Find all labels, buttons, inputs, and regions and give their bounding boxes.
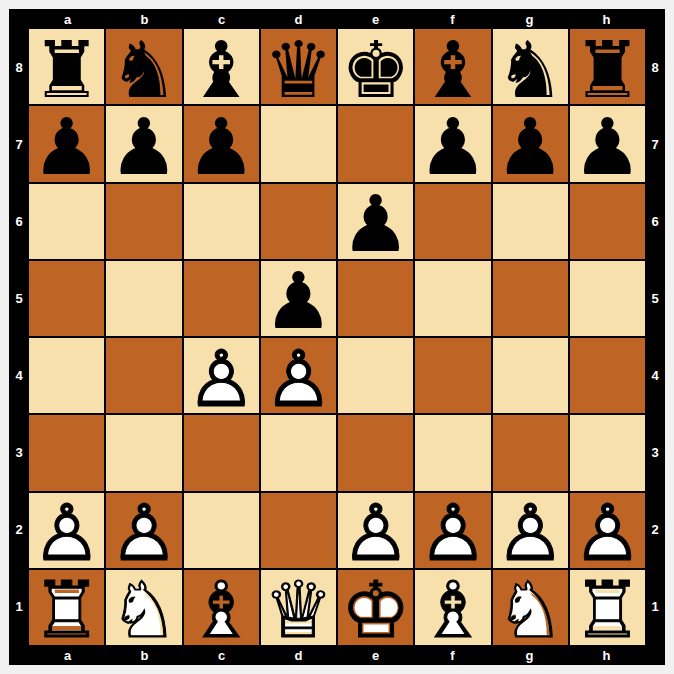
rank-label-7: 7 bbox=[645, 106, 665, 183]
white-piece-outline-glyph: ♘ bbox=[495, 571, 565, 649]
piece-black-queen[interactable]: ♛ bbox=[261, 29, 336, 104]
square-h3[interactable] bbox=[570, 415, 645, 490]
square-h1[interactable]: ♜♖ bbox=[570, 570, 645, 645]
square-d1[interactable]: ♛♕ bbox=[261, 570, 336, 645]
page-background: abcdefgh abcdefgh 87654321 87654321 ♜♞♝♛… bbox=[0, 0, 674, 674]
black-piece-glyph: ♛ bbox=[263, 31, 333, 109]
square-b4[interactable] bbox=[106, 338, 181, 413]
square-e1[interactable]: ♚♔ bbox=[338, 570, 413, 645]
black-piece-glyph: ♟ bbox=[109, 108, 179, 186]
square-f7[interactable]: ♟ bbox=[415, 106, 490, 181]
rank-label-2: 2 bbox=[9, 491, 29, 568]
black-piece-glyph: ♞ bbox=[109, 31, 179, 109]
square-a4[interactable] bbox=[29, 338, 104, 413]
piece-white-rook[interactable]: ♜♖ bbox=[570, 570, 645, 645]
square-a2[interactable]: ♟♙ bbox=[29, 493, 104, 568]
black-piece-glyph: ♟ bbox=[572, 108, 642, 186]
square-g8[interactable]: ♞ bbox=[493, 29, 568, 104]
black-piece-glyph: ♟ bbox=[341, 185, 411, 263]
rank-label-8: 8 bbox=[645, 29, 665, 106]
white-piece-outline-glyph: ♙ bbox=[572, 494, 642, 572]
square-g3[interactable] bbox=[493, 415, 568, 490]
black-piece-glyph: ♟ bbox=[186, 108, 256, 186]
piece-white-pawn[interactable]: ♟♙ bbox=[106, 493, 181, 568]
rank-label-5: 5 bbox=[9, 260, 29, 337]
square-h8[interactable]: ♜ bbox=[570, 29, 645, 104]
square-h6[interactable] bbox=[570, 184, 645, 259]
square-f5[interactable] bbox=[415, 261, 490, 336]
white-piece-outline-glyph: ♙ bbox=[418, 494, 488, 572]
square-d5[interactable]: ♟ bbox=[261, 261, 336, 336]
white-piece-outline-glyph: ♙ bbox=[495, 494, 565, 572]
square-d3[interactable] bbox=[261, 415, 336, 490]
rank-label-4: 4 bbox=[645, 337, 665, 414]
square-e8[interactable]: ♚ bbox=[338, 29, 413, 104]
piece-black-knight[interactable]: ♞ bbox=[106, 29, 181, 104]
square-f8[interactable]: ♝ bbox=[415, 29, 490, 104]
piece-white-pawn[interactable]: ♟♙ bbox=[29, 493, 104, 568]
piece-black-pawn[interactable]: ♟ bbox=[106, 106, 181, 181]
square-h7[interactable]: ♟ bbox=[570, 106, 645, 181]
square-e4[interactable] bbox=[338, 338, 413, 413]
square-c5[interactable] bbox=[184, 261, 259, 336]
white-piece-outline-glyph: ♙ bbox=[109, 494, 179, 572]
piece-white-rook[interactable]: ♜♖ bbox=[29, 570, 104, 645]
piece-white-knight[interactable]: ♞♘ bbox=[493, 570, 568, 645]
black-piece-glyph: ♟ bbox=[32, 108, 102, 186]
piece-white-queen[interactable]: ♛♕ bbox=[261, 570, 336, 645]
square-b6[interactable] bbox=[106, 184, 181, 259]
square-f1[interactable]: ♝♗ bbox=[415, 570, 490, 645]
square-h5[interactable] bbox=[570, 261, 645, 336]
square-c7[interactable]: ♟ bbox=[184, 106, 259, 181]
white-piece-outline-glyph: ♙ bbox=[32, 494, 102, 572]
square-a6[interactable] bbox=[29, 184, 104, 259]
rank-label-3: 3 bbox=[9, 414, 29, 491]
square-h4[interactable] bbox=[570, 338, 645, 413]
square-a7[interactable]: ♟ bbox=[29, 106, 104, 181]
square-g2[interactable]: ♟♙ bbox=[493, 493, 568, 568]
black-piece-glyph: ♝ bbox=[186, 31, 256, 109]
white-piece-outline-glyph: ♖ bbox=[32, 571, 102, 649]
square-d2[interactable] bbox=[261, 493, 336, 568]
square-b7[interactable]: ♟ bbox=[106, 106, 181, 181]
rank-label-6: 6 bbox=[645, 183, 665, 260]
piece-white-king[interactable]: ♚♔ bbox=[338, 570, 413, 645]
square-g4[interactable] bbox=[493, 338, 568, 413]
rank-label-5: 5 bbox=[645, 260, 665, 337]
board-grid: ♜♞♝♛♚♝♞♜♟♟♟♟♟♟♟♟♟♙♟♙♟♙♟♙♟♙♟♙♟♙♟♙♜♖♞♘♝♗♛♕… bbox=[29, 29, 645, 645]
white-piece-outline-glyph: ♕ bbox=[263, 571, 333, 649]
square-e6[interactable]: ♟ bbox=[338, 184, 413, 259]
rank-labels-right: 87654321 bbox=[645, 29, 665, 645]
square-a3[interactable] bbox=[29, 415, 104, 490]
piece-white-pawn[interactable]: ♟♙ bbox=[338, 493, 413, 568]
white-piece-outline-glyph: ♖ bbox=[572, 571, 642, 649]
square-c8[interactable]: ♝ bbox=[184, 29, 259, 104]
piece-white-knight[interactable]: ♞♘ bbox=[106, 570, 181, 645]
rank-label-2: 2 bbox=[645, 491, 665, 568]
square-c6[interactable] bbox=[184, 184, 259, 259]
rank-labels-left: 87654321 bbox=[9, 29, 29, 645]
square-g6[interactable] bbox=[493, 184, 568, 259]
piece-black-king[interactable]: ♚ bbox=[338, 29, 413, 104]
piece-black-rook[interactable]: ♜ bbox=[570, 29, 645, 104]
white-piece-outline-glyph: ♙ bbox=[186, 340, 256, 418]
piece-white-pawn[interactable]: ♟♙ bbox=[261, 338, 336, 413]
black-piece-glyph: ♝ bbox=[418, 31, 488, 109]
piece-white-pawn[interactable]: ♟♙ bbox=[570, 493, 645, 568]
square-a1[interactable]: ♜♖ bbox=[29, 570, 104, 645]
rank-label-1: 1 bbox=[645, 568, 665, 645]
black-piece-glyph: ♞ bbox=[495, 31, 565, 109]
white-piece-outline-glyph: ♙ bbox=[341, 494, 411, 572]
rank-label-7: 7 bbox=[9, 106, 29, 183]
black-piece-glyph: ♚ bbox=[341, 31, 411, 109]
square-b3[interactable] bbox=[106, 415, 181, 490]
black-piece-glyph: ♟ bbox=[418, 108, 488, 186]
white-piece-outline-glyph: ♗ bbox=[186, 571, 256, 649]
piece-black-knight[interactable]: ♞ bbox=[493, 29, 568, 104]
square-e2[interactable]: ♟♙ bbox=[338, 493, 413, 568]
white-piece-outline-glyph: ♗ bbox=[418, 571, 488, 649]
black-piece-glyph: ♜ bbox=[32, 31, 102, 109]
piece-white-pawn[interactable]: ♟♙ bbox=[415, 493, 490, 568]
square-b2[interactable]: ♟♙ bbox=[106, 493, 181, 568]
square-d7[interactable] bbox=[261, 106, 336, 181]
piece-white-bishop[interactable]: ♝♗ bbox=[415, 570, 490, 645]
white-piece-outline-glyph: ♘ bbox=[109, 571, 179, 649]
square-a8[interactable]: ♜ bbox=[29, 29, 104, 104]
white-piece-outline-glyph: ♙ bbox=[263, 340, 333, 418]
square-b8[interactable]: ♞ bbox=[106, 29, 181, 104]
board-frame: abcdefgh abcdefgh 87654321 87654321 ♜♞♝♛… bbox=[9, 9, 665, 665]
square-d8[interactable]: ♛ bbox=[261, 29, 336, 104]
piece-white-pawn[interactable]: ♟♙ bbox=[184, 338, 259, 413]
square-h2[interactable]: ♟♙ bbox=[570, 493, 645, 568]
square-g5[interactable] bbox=[493, 261, 568, 336]
square-f4[interactable] bbox=[415, 338, 490, 413]
square-e7[interactable] bbox=[338, 106, 413, 181]
square-f2[interactable]: ♟♙ bbox=[415, 493, 490, 568]
square-b1[interactable]: ♞♘ bbox=[106, 570, 181, 645]
rank-label-4: 4 bbox=[9, 337, 29, 414]
piece-black-bishop[interactable]: ♝ bbox=[415, 29, 490, 104]
square-d6[interactable] bbox=[261, 184, 336, 259]
piece-white-pawn[interactable]: ♟♙ bbox=[493, 493, 568, 568]
square-c4[interactable]: ♟♙ bbox=[184, 338, 259, 413]
piece-black-pawn[interactable]: ♟ bbox=[261, 261, 336, 336]
square-f6[interactable] bbox=[415, 184, 490, 259]
piece-black-pawn[interactable]: ♟ bbox=[29, 106, 104, 181]
square-a5[interactable] bbox=[29, 261, 104, 336]
square-d4[interactable]: ♟♙ bbox=[261, 338, 336, 413]
piece-black-pawn[interactable]: ♟ bbox=[184, 106, 259, 181]
black-piece-glyph: ♟ bbox=[495, 108, 565, 186]
square-b5[interactable] bbox=[106, 261, 181, 336]
piece-black-rook[interactable]: ♜ bbox=[29, 29, 104, 104]
rank-label-1: 1 bbox=[9, 568, 29, 645]
square-g7[interactable]: ♟ bbox=[493, 106, 568, 181]
piece-white-bishop[interactable]: ♝♗ bbox=[184, 570, 259, 645]
rank-label-8: 8 bbox=[9, 29, 29, 106]
square-c2[interactable] bbox=[184, 493, 259, 568]
rank-label-3: 3 bbox=[645, 414, 665, 491]
square-e3[interactable] bbox=[338, 415, 413, 490]
rank-label-6: 6 bbox=[9, 183, 29, 260]
piece-black-pawn[interactable]: ♟ bbox=[570, 106, 645, 181]
square-c3[interactable] bbox=[184, 415, 259, 490]
piece-black-pawn[interactable]: ♟ bbox=[415, 106, 490, 181]
piece-black-pawn[interactable]: ♟ bbox=[338, 184, 413, 259]
square-c1[interactable]: ♝♗ bbox=[184, 570, 259, 645]
piece-black-pawn[interactable]: ♟ bbox=[493, 106, 568, 181]
white-piece-outline-glyph: ♔ bbox=[341, 571, 411, 649]
black-piece-glyph: ♜ bbox=[572, 31, 642, 109]
square-g1[interactable]: ♞♘ bbox=[493, 570, 568, 645]
square-f3[interactable] bbox=[415, 415, 490, 490]
black-piece-glyph: ♟ bbox=[263, 262, 333, 340]
square-e5[interactable] bbox=[338, 261, 413, 336]
piece-black-bishop[interactable]: ♝ bbox=[184, 29, 259, 104]
